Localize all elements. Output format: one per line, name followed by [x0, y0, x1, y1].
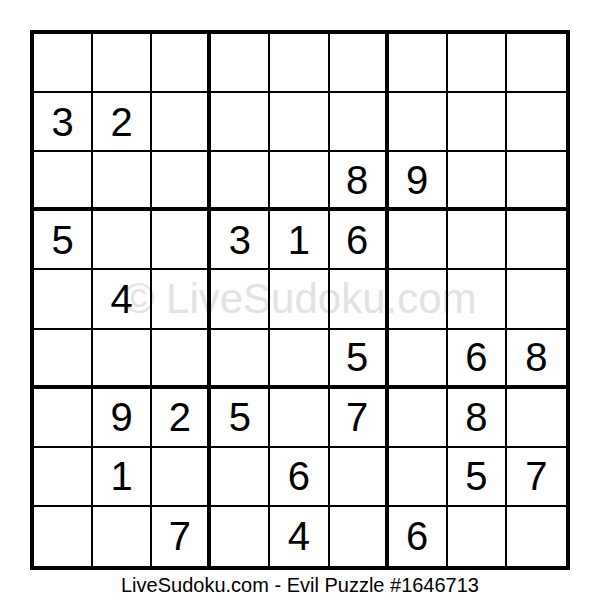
cell-r1c8[interactable] [448, 34, 507, 93]
cell-r9c6[interactable] [330, 507, 389, 566]
cell-r5c5[interactable] [270, 270, 329, 329]
sudoku-grid: 328953164568925781657746 [34, 34, 566, 566]
cell-r7c8[interactable]: 8 [448, 389, 507, 448]
cell-r6c4[interactable] [211, 330, 270, 389]
cell-r4c6[interactable]: 6 [330, 211, 389, 270]
cell-r7c2[interactable]: 9 [93, 389, 152, 448]
cell-r8c9[interactable]: 7 [507, 448, 566, 507]
cell-r4c9[interactable] [507, 211, 566, 270]
cell-r2c3[interactable] [152, 93, 211, 152]
cell-r5c7[interactable] [389, 270, 448, 329]
cell-r9c1[interactable] [34, 507, 93, 566]
cell-r3c5[interactable] [270, 152, 329, 211]
cell-r9c2[interactable] [93, 507, 152, 566]
cell-r3c2[interactable] [93, 152, 152, 211]
cell-r4c2[interactable] [93, 211, 152, 270]
cell-r7c9[interactable] [507, 389, 566, 448]
cell-r5c1[interactable] [34, 270, 93, 329]
cell-r3c8[interactable] [448, 152, 507, 211]
cell-r6c3[interactable] [152, 330, 211, 389]
cell-r7c5[interactable] [270, 389, 329, 448]
sudoku-board: © LiveSudoku.com 32895316456892578165774… [30, 30, 570, 570]
cell-r1c3[interactable] [152, 34, 211, 93]
cell-r4c3[interactable] [152, 211, 211, 270]
cell-r8c6[interactable] [330, 448, 389, 507]
cell-r4c1[interactable]: 5 [34, 211, 93, 270]
cell-r4c7[interactable] [389, 211, 448, 270]
cell-r8c3[interactable] [152, 448, 211, 507]
cell-r2c8[interactable] [448, 93, 507, 152]
cell-r6c2[interactable] [93, 330, 152, 389]
cell-r1c5[interactable] [270, 34, 329, 93]
caption: LiveSudoku.com - Evil Puzzle #1646713 [0, 574, 600, 597]
cell-r1c4[interactable] [211, 34, 270, 93]
cell-r1c2[interactable] [93, 34, 152, 93]
cell-r8c8[interactable]: 5 [448, 448, 507, 507]
cell-r1c7[interactable] [389, 34, 448, 93]
cell-r6c5[interactable] [270, 330, 329, 389]
cell-r4c5[interactable]: 1 [270, 211, 329, 270]
cell-r7c6[interactable]: 7 [330, 389, 389, 448]
cell-r7c7[interactable] [389, 389, 448, 448]
cell-r4c4[interactable]: 3 [211, 211, 270, 270]
cell-r6c8[interactable]: 6 [448, 330, 507, 389]
cell-r5c8[interactable] [448, 270, 507, 329]
cell-r5c3[interactable] [152, 270, 211, 329]
cell-r7c4[interactable]: 5 [211, 389, 270, 448]
cell-r2c2[interactable]: 2 [93, 93, 152, 152]
cell-r5c9[interactable] [507, 270, 566, 329]
cell-r3c3[interactable] [152, 152, 211, 211]
cell-r8c7[interactable] [389, 448, 448, 507]
cell-r6c6[interactable]: 5 [330, 330, 389, 389]
cell-r9c5[interactable]: 4 [270, 507, 329, 566]
cell-r3c6[interactable]: 8 [330, 152, 389, 211]
cell-r7c1[interactable] [34, 389, 93, 448]
cell-r6c1[interactable] [34, 330, 93, 389]
cell-r7c3[interactable]: 2 [152, 389, 211, 448]
cell-r5c4[interactable] [211, 270, 270, 329]
cell-r5c2[interactable]: 4 [93, 270, 152, 329]
cell-r2c6[interactable] [330, 93, 389, 152]
cell-r3c9[interactable] [507, 152, 566, 211]
cell-r6c9[interactable]: 8 [507, 330, 566, 389]
cell-r9c3[interactable]: 7 [152, 507, 211, 566]
cell-r8c2[interactable]: 1 [93, 448, 152, 507]
cell-r9c7[interactable]: 6 [389, 507, 448, 566]
cell-r3c7[interactable]: 9 [389, 152, 448, 211]
cell-r8c4[interactable] [211, 448, 270, 507]
cell-r9c4[interactable] [211, 507, 270, 566]
cell-r5c6[interactable] [330, 270, 389, 329]
cell-r8c5[interactable]: 6 [270, 448, 329, 507]
cell-r9c9[interactable] [507, 507, 566, 566]
cell-r3c1[interactable] [34, 152, 93, 211]
cell-r2c9[interactable] [507, 93, 566, 152]
cell-r6c7[interactable] [389, 330, 448, 389]
cell-r8c1[interactable] [34, 448, 93, 507]
cell-r3c4[interactable] [211, 152, 270, 211]
cell-r2c7[interactable] [389, 93, 448, 152]
cell-r1c1[interactable] [34, 34, 93, 93]
cell-r1c6[interactable] [330, 34, 389, 93]
cell-r2c1[interactable]: 3 [34, 93, 93, 152]
cell-r1c9[interactable] [507, 34, 566, 93]
cell-r2c4[interactable] [211, 93, 270, 152]
cell-r4c8[interactable] [448, 211, 507, 270]
cell-r9c8[interactable] [448, 507, 507, 566]
cell-r2c5[interactable] [270, 93, 329, 152]
